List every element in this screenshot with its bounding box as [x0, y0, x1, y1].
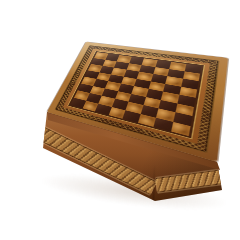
braid-band-right [155, 168, 230, 193]
product-photo [0, 0, 240, 240]
